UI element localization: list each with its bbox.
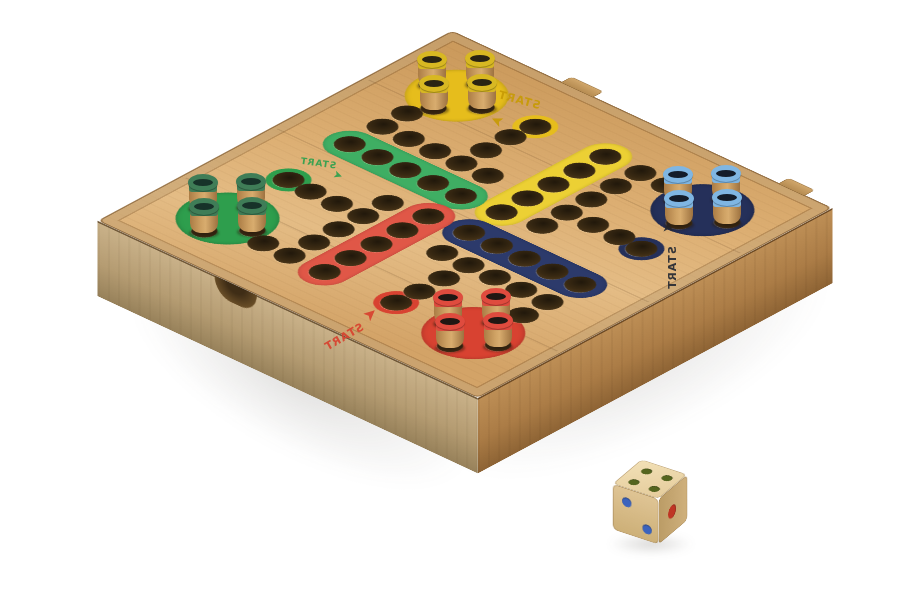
- peg-green[interactable]: [186, 198, 222, 238]
- peg-cap: [236, 173, 266, 190]
- peg-blue[interactable]: [709, 189, 745, 229]
- start-label-blue: START: [666, 246, 679, 290]
- peg-cap: [711, 165, 741, 182]
- peg-cap: [188, 174, 218, 191]
- lid-tab: [561, 77, 604, 98]
- peg-cap: [419, 75, 449, 92]
- peg-yellow[interactable]: [464, 74, 500, 114]
- peg-red[interactable]: [432, 313, 468, 353]
- die-pip: [639, 467, 654, 475]
- peg-cap: [712, 189, 742, 206]
- peg-cap: [467, 74, 497, 91]
- peg-cap: [664, 190, 694, 207]
- peg-green[interactable]: [234, 197, 270, 237]
- peg-cap: [481, 288, 511, 305]
- peg-cap: [483, 312, 513, 329]
- peg-blue[interactable]: [661, 190, 697, 230]
- peg-yellow[interactable]: [416, 75, 452, 115]
- die-pip: [647, 485, 662, 493]
- peg-red[interactable]: [480, 312, 516, 352]
- peg-cap: [435, 313, 465, 330]
- peg-cap: [417, 51, 447, 68]
- die-pip: [642, 523, 651, 535]
- peg-cap: [433, 289, 463, 306]
- lid-tab: [778, 178, 815, 196]
- peg-cap: [663, 166, 693, 183]
- die-pip: [668, 501, 676, 520]
- product-photo-stage: START➤START➤START➤START➤: [0, 0, 900, 600]
- die-pip: [626, 478, 641, 486]
- die-pip: [659, 474, 674, 482]
- die-pip: [622, 496, 631, 508]
